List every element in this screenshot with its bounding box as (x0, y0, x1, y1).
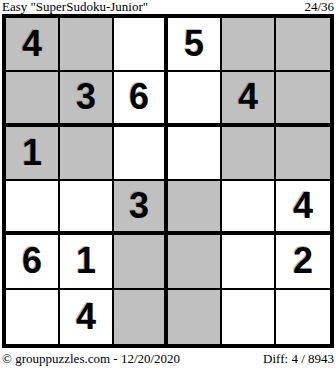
given-digit: 2 (293, 243, 313, 279)
given-digit: 4 (22, 26, 42, 62)
given-digit: 5 (184, 26, 204, 62)
cell-r2c5[interactable]: 4 (222, 72, 276, 126)
cell-r1c4[interactable]: 5 (168, 18, 222, 72)
cell-r6c4[interactable] (168, 290, 222, 344)
given-digit: 6 (22, 243, 42, 279)
given-digit: 1 (22, 135, 42, 171)
cell-r3c4[interactable] (168, 127, 222, 181)
progress-counter: 24/36 (304, 0, 334, 13)
cell-r2c2[interactable]: 3 (60, 72, 114, 126)
copyright-text: © grouppuzzles.com - 12/20/2020 (2, 351, 180, 366)
cell-r3c6[interactable] (276, 127, 330, 181)
cell-r4c4[interactable] (168, 181, 222, 235)
cell-r2c1[interactable] (6, 72, 60, 126)
cell-r5c3[interactable] (114, 235, 168, 289)
cell-r5c4[interactable] (168, 235, 222, 289)
given-digit: 3 (76, 79, 96, 115)
cell-r5c2[interactable]: 1 (60, 235, 114, 289)
cell-r1c2[interactable] (60, 18, 114, 72)
cell-r6c6[interactable] (276, 290, 330, 344)
cell-r6c5[interactable] (222, 290, 276, 344)
cell-r6c2[interactable]: 4 (60, 290, 114, 344)
difficulty-text: Diff: 4 / 8943 (263, 351, 334, 366)
cell-r1c1[interactable]: 4 (6, 18, 60, 72)
sudoku-board: 453641346124 (2, 14, 334, 348)
cell-r3c5[interactable] (222, 127, 276, 181)
given-digit: 6 (129, 79, 149, 115)
cell-r1c6[interactable] (276, 18, 330, 72)
footer: © grouppuzzles.com - 12/20/2020 Diff: 4 … (2, 351, 334, 366)
cell-r5c6[interactable]: 2 (276, 235, 330, 289)
cell-r6c1[interactable] (6, 290, 60, 344)
cell-r4c2[interactable] (60, 181, 114, 235)
given-digit: 4 (238, 79, 258, 115)
cell-r4c5[interactable] (222, 181, 276, 235)
cell-r6c3[interactable] (114, 290, 168, 344)
cell-r1c5[interactable] (222, 18, 276, 72)
header: Easy "SuperSudoku-Junior" 24/36 (2, 0, 334, 13)
cell-r3c3[interactable] (114, 127, 168, 181)
given-digit: 4 (76, 299, 96, 335)
cell-r4c6[interactable]: 4 (276, 181, 330, 235)
cell-r4c3[interactable]: 3 (114, 181, 168, 235)
cell-r2c6[interactable] (276, 72, 330, 126)
cell-r3c2[interactable] (60, 127, 114, 181)
given-digit: 3 (129, 188, 149, 224)
puzzle-title: Easy "SuperSudoku-Junior" (2, 0, 148, 13)
cell-r3c1[interactable]: 1 (6, 127, 60, 181)
cell-r1c3[interactable] (114, 18, 168, 72)
cell-r2c3[interactable]: 6 (114, 72, 168, 126)
cell-r2c4[interactable] (168, 72, 222, 126)
given-digit: 4 (293, 188, 313, 224)
cell-r5c1[interactable]: 6 (6, 235, 60, 289)
cell-r4c1[interactable] (6, 181, 60, 235)
given-digit: 1 (76, 243, 96, 279)
cell-r5c5[interactable] (222, 235, 276, 289)
